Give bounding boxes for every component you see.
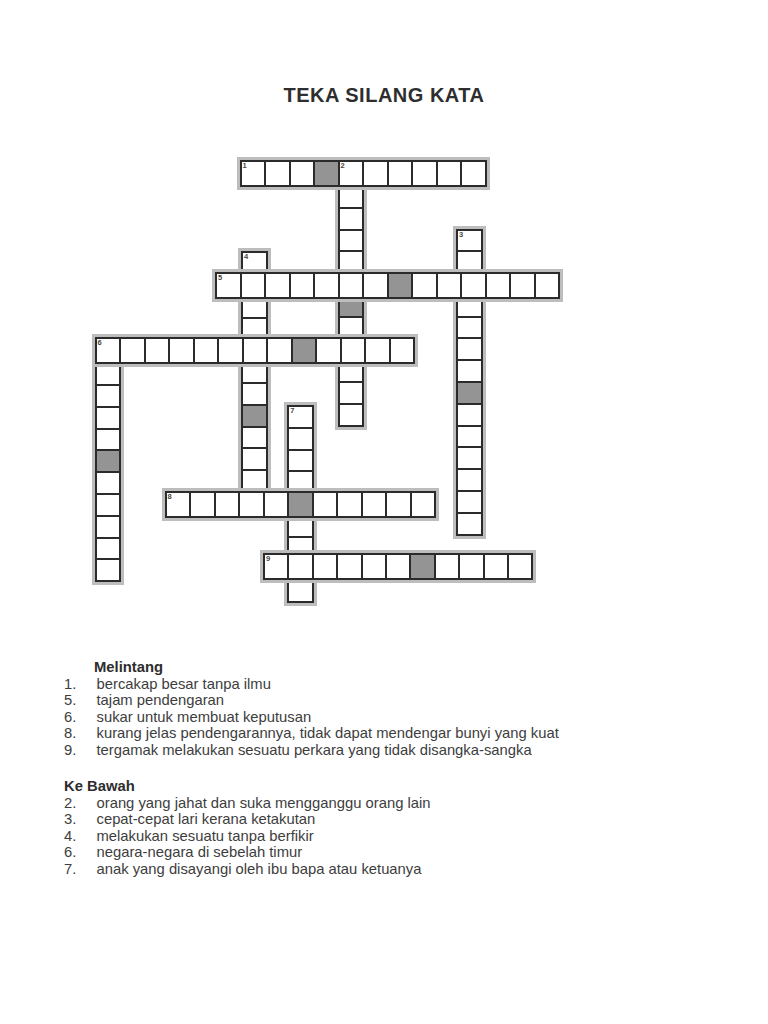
cell[interactable] — [243, 384, 266, 404]
clue-number: 3. — [64, 811, 97, 828]
cell[interactable] — [289, 555, 311, 578]
down-heading: Ke Bawah — [64, 778, 431, 795]
cell[interactable] — [413, 274, 436, 297]
across-clue-list: 1.bercakap besar tanpa ilmu5.tajam pende… — [64, 676, 559, 759]
cell[interactable] — [485, 555, 507, 578]
clue-number: 6. — [64, 709, 97, 726]
cell[interactable] — [458, 492, 481, 512]
worksheet-page: TEKA SILANG KATA 347125689 Melintang 1.b… — [0, 0, 768, 1024]
cell[interactable] — [436, 555, 458, 578]
cell[interactable] — [413, 162, 436, 185]
clue-text: bercakap besar tanpa ilmu — [97, 676, 559, 693]
grid-clue-number: 2 — [341, 161, 345, 170]
cell[interactable] — [266, 162, 289, 185]
cell[interactable] — [458, 448, 481, 468]
cell[interactable] — [289, 451, 312, 471]
cell[interactable] — [170, 339, 193, 362]
shaded-cell[interactable] — [389, 274, 412, 297]
cell[interactable] — [458, 339, 481, 359]
clue-number: 6. — [64, 844, 97, 861]
cell[interactable] — [244, 339, 267, 362]
cell[interactable] — [364, 162, 387, 185]
clue-text: kurang jelas pendengarannya, tidak dapat… — [97, 725, 559, 742]
clue-text: tergamak melakukan sesuatu perkara yang … — [97, 742, 559, 759]
cell[interactable] — [389, 162, 412, 185]
crossword-board: 347125689 — [0, 0, 768, 650]
cell[interactable] — [338, 555, 360, 578]
cell[interactable] — [458, 361, 481, 381]
grid-clue-number: 6 — [98, 338, 102, 347]
cell[interactable] — [391, 339, 414, 362]
shaded-cell[interactable] — [97, 451, 120, 471]
down-clue-list: 2.orang yang jahat dan suka mengganggu o… — [64, 795, 431, 878]
cell[interactable] — [387, 555, 409, 578]
cell[interactable] — [289, 429, 312, 449]
shaded-cell[interactable] — [411, 555, 433, 578]
clue-down-6: 6.negara-negara di sebelah timur — [64, 844, 431, 861]
grid-clue-number: 3 — [459, 230, 463, 239]
cell[interactable]: 8 — [167, 493, 190, 516]
clue-text: negara-negara di sebelah timur — [97, 844, 431, 861]
clue-down-7: 7.anak yang disayangi oleh ibu bapa atau… — [64, 861, 431, 878]
grid-clue-number: 8 — [168, 492, 172, 501]
clue-across-1: 1.bercakap besar tanpa ilmu — [64, 676, 559, 693]
shaded-cell[interactable] — [458, 383, 481, 403]
cell[interactable] — [458, 470, 481, 490]
strip-9-across: 9 — [260, 550, 536, 583]
cell[interactable] — [314, 493, 337, 516]
cell[interactable] — [364, 274, 387, 297]
clue-number: 9. — [64, 742, 97, 759]
clue-number: 4. — [64, 828, 97, 845]
cell[interactable] — [97, 386, 120, 406]
cell[interactable] — [314, 555, 336, 578]
cell[interactable] — [291, 162, 314, 185]
cell[interactable] — [438, 274, 461, 297]
grid-clue-number: 7 — [290, 406, 294, 415]
shaded-cell[interactable] — [289, 493, 312, 516]
clue-text: sukar untuk membuat keputusan — [97, 709, 559, 726]
cell[interactable] — [363, 493, 386, 516]
cell[interactable] — [97, 364, 120, 384]
cell[interactable] — [340, 383, 363, 403]
clue-number: 2. — [64, 795, 97, 812]
shaded-cell[interactable] — [243, 406, 266, 426]
cell[interactable]: 7 — [289, 407, 312, 427]
cell[interactable] — [265, 493, 288, 516]
cell[interactable] — [291, 274, 314, 297]
cell[interactable] — [487, 274, 510, 297]
clue-number: 1. — [64, 676, 97, 693]
cell[interactable] — [216, 493, 239, 516]
cell[interactable] — [340, 274, 363, 297]
grid-clue-number: 9 — [266, 554, 270, 563]
cell[interactable] — [438, 162, 461, 185]
cell[interactable] — [458, 318, 481, 338]
cell[interactable] — [342, 339, 365, 362]
clue-text: orang yang jahat dan suka mengganggu ora… — [97, 795, 431, 812]
cell[interactable] — [240, 493, 263, 516]
grid-clue-number: 5 — [218, 273, 222, 282]
cell[interactable] — [97, 430, 120, 450]
strip-8-across: 8 — [162, 488, 440, 521]
cell[interactable] — [315, 274, 338, 297]
cell[interactable] — [338, 493, 361, 516]
cell[interactable] — [462, 162, 485, 185]
clue-number: 7. — [64, 861, 97, 878]
cell[interactable] — [458, 514, 481, 534]
cell[interactable] — [511, 274, 534, 297]
clues-down-section: Ke Bawah 2.orang yang jahat dan suka men… — [64, 778, 431, 878]
clue-number: 5. — [64, 692, 97, 709]
cell[interactable] — [536, 274, 559, 297]
cell[interactable] — [387, 493, 410, 516]
cell[interactable] — [266, 274, 289, 297]
cell[interactable] — [412, 493, 435, 516]
clue-down-2: 2.orang yang jahat dan suka mengganggu o… — [64, 795, 431, 812]
cell[interactable]: 3 — [458, 231, 481, 251]
across-heading: Melintang — [94, 659, 559, 676]
strip-1-across: 12 — [237, 157, 490, 190]
clue-across-9: 9.tergamak melakukan sesuatu perkara yan… — [64, 742, 559, 759]
cell[interactable] — [97, 517, 120, 537]
cell[interactable] — [462, 274, 485, 297]
cell[interactable] — [366, 339, 389, 362]
cell[interactable] — [97, 539, 120, 559]
clue-down-4: 4.melakukan sesuatu tanpa berfikir — [64, 828, 431, 845]
cell[interactable] — [268, 339, 291, 362]
clue-down-3: 3.cepat-cepat lari kerana ketakutan — [64, 811, 431, 828]
cell[interactable] — [146, 339, 169, 362]
cell[interactable] — [509, 555, 531, 578]
grid-clue-number: 1 — [243, 161, 247, 170]
strip-6-down — [92, 338, 125, 586]
clue-across-8: 8.kurang jelas pendengarannya, tidak dap… — [64, 725, 559, 742]
cell[interactable] — [317, 339, 340, 362]
cell[interactable] — [340, 209, 363, 229]
clue-text: cepat-cepat lari kerana ketakutan — [97, 811, 431, 828]
clues-across-section: Melintang 1.bercakap besar tanpa ilmu5.t… — [64, 659, 559, 759]
grid-clue-number: 4 — [244, 252, 248, 261]
strip-5-across: 5 — [212, 269, 563, 302]
cell[interactable] — [97, 495, 120, 515]
cell[interactable]: 9 — [265, 555, 287, 578]
cell[interactable]: 5 — [217, 274, 240, 297]
clue-across-6: 6.sukar untuk membuat keputusan — [64, 709, 559, 726]
cell[interactable] — [97, 408, 120, 428]
cell[interactable] — [97, 473, 120, 493]
clue-text: melakukan sesuatu tanpa berfikir — [97, 828, 431, 845]
cell[interactable]: 6 — [97, 339, 120, 362]
clue-text: anak yang disayangi oleh ibu bapa atau k… — [97, 861, 431, 878]
cell[interactable] — [458, 427, 481, 447]
cell[interactable] — [460, 555, 482, 578]
shaded-cell[interactable] — [315, 162, 338, 185]
cell[interactable] — [191, 493, 214, 516]
cell[interactable]: 2 — [340, 162, 363, 185]
cell[interactable] — [340, 405, 363, 425]
strip-6-across: 6 — [92, 334, 419, 367]
cell[interactable] — [340, 231, 363, 251]
clue-number: 8. — [64, 725, 97, 742]
clue-text: tajam pendengaran — [97, 692, 559, 709]
cell[interactable] — [121, 339, 144, 362]
cell[interactable]: 1 — [242, 162, 265, 185]
cell[interactable] — [243, 449, 266, 469]
cell[interactable] — [289, 581, 312, 601]
cell[interactable] — [242, 274, 265, 297]
cell[interactable] — [363, 555, 385, 578]
cell[interactable] — [458, 405, 481, 425]
clue-across-5: 5.tajam pendengaran — [64, 692, 559, 709]
cell[interactable] — [219, 339, 242, 362]
cell[interactable] — [97, 560, 120, 580]
cell[interactable] — [195, 339, 218, 362]
cell[interactable] — [243, 428, 266, 448]
shaded-cell[interactable] — [293, 339, 316, 362]
